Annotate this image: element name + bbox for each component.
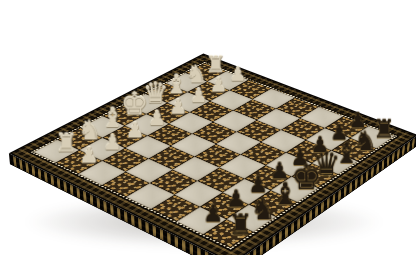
board-frame: ♜♞♝♚♛♝♞♜♟♟♟♟♟♟♟♟♟♟♟♟♟♟♟♟♜♞♝♚♛♝♞♜ — [9, 53, 416, 255]
chess-board: ♜♞♝♚♛♝♞♜♟♟♟♟♟♟♟♟♟♟♟♟♟♟♟♟♜♞♝♚♛♝♞♜ — [31, 61, 398, 249]
chess-set-photo: ♜♞♝♚♛♝♞♜♟♟♟♟♟♟♟♟♟♟♟♟♟♟♟♟♜♞♝♚♛♝♞♜ — [0, 0, 416, 255]
piece-black-rook-h8: ♜ — [222, 210, 258, 238]
piece-white-pawn-h2: ♟ — [72, 144, 105, 166]
chess-board-3d: ♜♞♝♚♛♝♞♜♟♟♟♟♟♟♟♟♟♟♟♟♟♟♟♟♜♞♝♚♛♝♞♜ — [9, 53, 416, 255]
